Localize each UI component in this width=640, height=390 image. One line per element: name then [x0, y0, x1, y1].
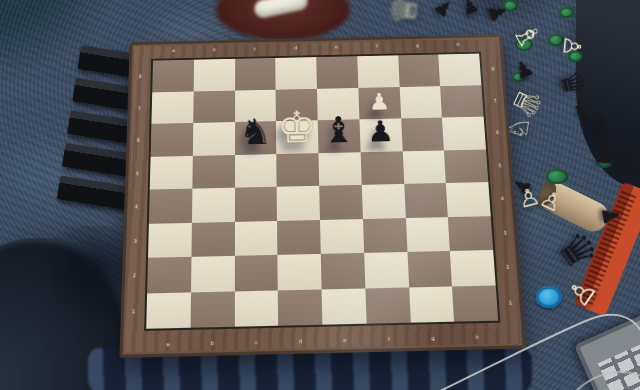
square-e6 [318, 119, 361, 152]
coord-file-d-top: d [294, 45, 297, 50]
square-e2 [321, 253, 365, 289]
board-grid [146, 54, 498, 329]
square-b5 [192, 155, 234, 189]
tube-opening [534, 179, 560, 209]
square-h8 [438, 54, 481, 86]
square-a2 [147, 257, 191, 293]
square-g2 [407, 251, 452, 287]
square-h4 [446, 182, 491, 217]
coord-rank-1-right: 1 [508, 299, 512, 305]
square-c4 [234, 187, 277, 222]
coord-file-e-bottom: e [343, 337, 346, 343]
square-f1 [365, 287, 410, 324]
square-f6 [359, 118, 402, 151]
coord-rank-8-right: 8 [491, 66, 494, 71]
square-h6 [442, 117, 486, 150]
dark-object-top-right [576, 0, 640, 188]
square-e1 [322, 288, 367, 325]
coord-rank-3-right: 3 [503, 229, 507, 235]
white-queen-lying: ♕ [505, 82, 549, 124]
square-g4 [404, 183, 448, 218]
square-g6 [401, 118, 444, 151]
coord-rank-7-right: 7 [493, 98, 496, 104]
square-d5 [277, 153, 320, 187]
coord-file-d-bottom: d [299, 338, 302, 344]
square-b1 [190, 291, 234, 328]
coord-file-b-top: b [213, 47, 216, 52]
coord-rank-4-left: 4 [135, 204, 138, 210]
coord-file-f-bottom: f [388, 336, 390, 342]
square-g1 [409, 286, 455, 323]
blue-bottle-cap [536, 286, 562, 308]
square-a4 [149, 189, 192, 224]
square-c3 [234, 220, 277, 255]
cardboard-tube [535, 178, 613, 237]
square-d3 [277, 220, 321, 255]
white-piece-lying-top-edge: ♕ [386, 0, 423, 27]
square-c7 [235, 89, 277, 122]
square-f3 [363, 218, 407, 253]
laptop-keyboard [598, 320, 640, 390]
white-bishop-lying: ♗ [507, 17, 546, 55]
coord-file-h-top: h [456, 42, 459, 47]
square-d1 [278, 289, 322, 326]
square-a5 [150, 155, 193, 189]
black-pawn-top-a: ♟ [431, 0, 458, 21]
square-d2 [278, 254, 322, 290]
square-f2 [364, 252, 409, 288]
coord-rank-6-right: 6 [496, 130, 500, 136]
green-felt-base-0 [503, 0, 518, 11]
coord-file-f-top: f [376, 43, 378, 48]
square-b2 [191, 256, 235, 292]
coord-file-g-bottom: g [431, 335, 435, 341]
square-c5 [235, 154, 277, 188]
coord-rank-2-right: 2 [506, 264, 510, 270]
square-h7 [440, 85, 483, 118]
green-felt-base-3 [548, 34, 564, 46]
coord-rank-7-left: 7 [138, 105, 141, 111]
square-d7 [276, 88, 318, 121]
coord-file-g-top: g [416, 42, 419, 47]
black-pawn-green-base-top: ♟ [483, 0, 510, 26]
square-b3 [191, 221, 234, 256]
coord-file-c-bottom: c [255, 339, 258, 345]
coord-rank-5-left: 5 [136, 170, 139, 176]
square-a7 [151, 91, 193, 124]
square-h3 [448, 216, 493, 251]
coord-rank-8-left: 8 [139, 74, 142, 80]
square-d4 [277, 186, 320, 221]
square-a8 [152, 60, 194, 92]
photo-scene: ♞♚♝♟♟ aabbccddeeffgghh1122334455667788 ♕… [0, 0, 640, 390]
square-f5 [360, 151, 403, 185]
square-g8 [398, 54, 441, 86]
square-g5 [402, 150, 446, 184]
coord-file-h-bottom: h [475, 334, 479, 340]
coord-rank-2-left: 2 [133, 272, 136, 278]
square-g7 [399, 86, 442, 119]
square-f4 [362, 184, 406, 219]
square-h1 [452, 285, 498, 322]
square-f8 [357, 55, 399, 87]
square-b7 [193, 90, 235, 123]
coord-file-a-bottom: a [166, 341, 169, 347]
coord-rank-6-left: 6 [137, 137, 140, 143]
coord-rank-4-right: 4 [501, 196, 505, 202]
square-e8 [316, 56, 358, 88]
square-e5 [318, 152, 361, 186]
square-b6 [193, 122, 235, 155]
coord-file-c-top: c [254, 46, 257, 51]
square-e3 [320, 219, 364, 254]
green-felt-base-5 [512, 72, 526, 82]
square-d6 [276, 120, 318, 153]
square-c1 [234, 290, 278, 327]
square-b8 [193, 59, 234, 91]
square-f7 [358, 87, 401, 120]
green-felt-base-1 [559, 7, 574, 18]
square-b4 [192, 188, 235, 223]
green-felt-base-2 [515, 38, 533, 51]
square-c6 [235, 121, 277, 154]
chess-board: ♞♚♝♟♟ aabbccddeeffgghh1122334455667788 [119, 34, 526, 358]
square-a1 [146, 292, 191, 329]
square-d8 [275, 57, 316, 89]
square-a3 [148, 222, 192, 257]
coord-file-a-top: a [172, 48, 175, 53]
square-g3 [405, 217, 450, 252]
coord-file-e-top: e [335, 44, 338, 49]
black-pawn-top-b: ♟ [458, 0, 482, 18]
square-e4 [319, 185, 362, 220]
square-c2 [234, 255, 278, 291]
coord-rank-5-right: 5 [498, 162, 502, 168]
coord-rank-3-left: 3 [134, 238, 137, 244]
coord-rank-1-left: 1 [132, 308, 135, 314]
square-h5 [444, 149, 488, 183]
board-frame: ♞♚♝♟♟ aabbccddeeffgghh1122334455667788 [119, 34, 526, 358]
square-e7 [317, 87, 359, 120]
square-a6 [151, 123, 193, 156]
coord-file-b-bottom: b [211, 340, 214, 346]
square-h2 [450, 250, 496, 286]
black-pawn-cluster: ♟ [510, 56, 537, 84]
square-c8 [235, 58, 276, 90]
